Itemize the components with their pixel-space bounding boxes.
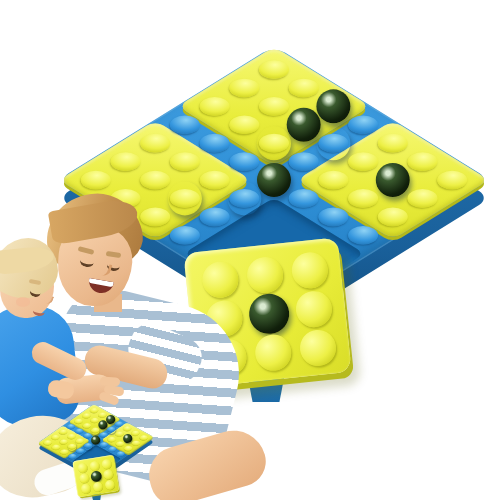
- product-photo: [0, 0, 500, 500]
- toddler-arm: [28, 338, 90, 383]
- hands-overlay: [0, 0, 500, 500]
